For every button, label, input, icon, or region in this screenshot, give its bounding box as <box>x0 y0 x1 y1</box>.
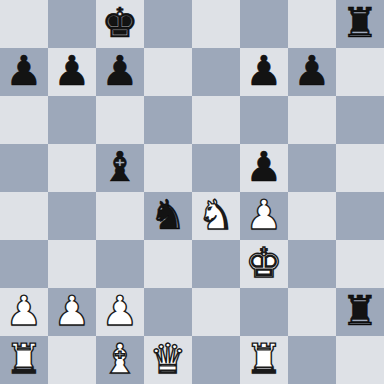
square-a4[interactable] <box>0 192 48 240</box>
square-d2[interactable] <box>144 288 192 336</box>
white-pawn[interactable]: ♟ <box>102 287 139 335</box>
black-pawn[interactable]: ♟ <box>102 47 139 95</box>
square-g3[interactable] <box>288 240 336 288</box>
square-a8[interactable] <box>0 0 48 48</box>
black-pawn[interactable]: ♟ <box>6 47 43 95</box>
black-pawn[interactable]: ♟ <box>246 143 283 191</box>
square-d5[interactable] <box>144 144 192 192</box>
square-b7[interactable]: ♟ <box>48 48 96 96</box>
square-e2[interactable] <box>192 288 240 336</box>
square-c6[interactable] <box>96 96 144 144</box>
square-e3[interactable] <box>192 240 240 288</box>
square-f8[interactable] <box>240 0 288 48</box>
square-e8[interactable] <box>192 0 240 48</box>
square-d8[interactable] <box>144 0 192 48</box>
black-pawn[interactable]: ♟ <box>54 47 91 95</box>
square-h8[interactable]: ♜ <box>336 0 384 48</box>
black-rook[interactable]: ♜ <box>342 0 379 47</box>
square-c5[interactable]: ♝ <box>96 144 144 192</box>
square-b1[interactable] <box>48 336 96 384</box>
black-pawn[interactable]: ♟ <box>246 47 283 95</box>
white-rook[interactable]: ♜ <box>246 335 283 383</box>
square-b8[interactable] <box>48 0 96 48</box>
square-d6[interactable] <box>144 96 192 144</box>
black-knight[interactable]: ♞ <box>150 191 187 239</box>
square-c3[interactable] <box>96 240 144 288</box>
square-d1[interactable]: ♛ <box>144 336 192 384</box>
square-g4[interactable] <box>288 192 336 240</box>
white-pawn[interactable]: ♟ <box>246 191 283 239</box>
square-a5[interactable] <box>0 144 48 192</box>
square-h2[interactable]: ♜ <box>336 288 384 336</box>
square-f7[interactable]: ♟ <box>240 48 288 96</box>
square-a6[interactable] <box>0 96 48 144</box>
square-b3[interactable] <box>48 240 96 288</box>
square-h5[interactable] <box>336 144 384 192</box>
square-h3[interactable] <box>336 240 384 288</box>
square-a1[interactable]: ♜ <box>0 336 48 384</box>
square-f6[interactable] <box>240 96 288 144</box>
square-f4[interactable]: ♟ <box>240 192 288 240</box>
square-e4[interactable]: ♞ <box>192 192 240 240</box>
white-king[interactable]: ♚ <box>246 239 283 287</box>
square-b4[interactable] <box>48 192 96 240</box>
square-c1[interactable]: ♝ <box>96 336 144 384</box>
square-e5[interactable] <box>192 144 240 192</box>
square-b2[interactable]: ♟ <box>48 288 96 336</box>
white-queen[interactable]: ♛ <box>150 335 187 383</box>
black-bishop[interactable]: ♝ <box>102 143 139 191</box>
chess-board: ♚♜♟♟♟♟♟♝♟♞♞♟♚♟♟♟♜♜♝♛♜ <box>0 0 384 384</box>
square-g6[interactable] <box>288 96 336 144</box>
square-c2[interactable]: ♟ <box>96 288 144 336</box>
square-c4[interactable] <box>96 192 144 240</box>
square-g5[interactable] <box>288 144 336 192</box>
square-c8[interactable]: ♚ <box>96 0 144 48</box>
white-bishop[interactable]: ♝ <box>102 335 139 383</box>
square-f3[interactable]: ♚ <box>240 240 288 288</box>
square-d4[interactable]: ♞ <box>144 192 192 240</box>
square-g7[interactable]: ♟ <box>288 48 336 96</box>
white-knight[interactable]: ♞ <box>198 191 235 239</box>
square-a7[interactable]: ♟ <box>0 48 48 96</box>
square-d3[interactable] <box>144 240 192 288</box>
square-f2[interactable] <box>240 288 288 336</box>
white-pawn[interactable]: ♟ <box>6 287 43 335</box>
square-g8[interactable] <box>288 0 336 48</box>
square-e1[interactable] <box>192 336 240 384</box>
white-rook[interactable]: ♜ <box>6 335 43 383</box>
square-h1[interactable] <box>336 336 384 384</box>
black-king[interactable]: ♚ <box>102 0 139 47</box>
square-e7[interactable] <box>192 48 240 96</box>
square-a2[interactable]: ♟ <box>0 288 48 336</box>
square-f5[interactable]: ♟ <box>240 144 288 192</box>
square-h6[interactable] <box>336 96 384 144</box>
square-h7[interactable] <box>336 48 384 96</box>
square-h4[interactable] <box>336 192 384 240</box>
square-f1[interactable]: ♜ <box>240 336 288 384</box>
square-e6[interactable] <box>192 96 240 144</box>
black-pawn[interactable]: ♟ <box>294 47 331 95</box>
square-g1[interactable] <box>288 336 336 384</box>
black-rook[interactable]: ♜ <box>342 287 379 335</box>
square-c7[interactable]: ♟ <box>96 48 144 96</box>
square-b5[interactable] <box>48 144 96 192</box>
square-d7[interactable] <box>144 48 192 96</box>
white-pawn[interactable]: ♟ <box>54 287 91 335</box>
square-b6[interactable] <box>48 96 96 144</box>
square-a3[interactable] <box>0 240 48 288</box>
square-g2[interactable] <box>288 288 336 336</box>
